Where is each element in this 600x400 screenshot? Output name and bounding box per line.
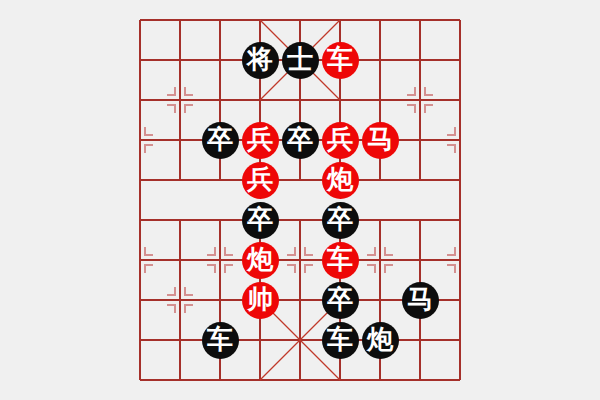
pieces-layer: 将士车卒兵卒兵马兵炮卒卒炮车帅卒马车车炮 bbox=[0, 0, 600, 400]
piece-red-chariot[interactable]: 车 bbox=[322, 242, 359, 279]
piece-red-cannon[interactable]: 炮 bbox=[322, 162, 359, 199]
piece-black-chariot[interactable]: 车 bbox=[202, 322, 239, 359]
piece-black-advisor[interactable]: 士 bbox=[282, 42, 319, 79]
piece-black-horse[interactable]: 马 bbox=[402, 282, 439, 319]
piece-red-chariot[interactable]: 车 bbox=[322, 42, 359, 79]
piece-red-soldier[interactable]: 兵 bbox=[322, 122, 359, 159]
piece-black-soldier[interactable]: 卒 bbox=[242, 202, 279, 239]
piece-black-chariot[interactable]: 车 bbox=[322, 322, 359, 359]
piece-red-cannon[interactable]: 炮 bbox=[242, 242, 279, 279]
piece-black-general[interactable]: 将 bbox=[242, 42, 279, 79]
piece-black-soldier[interactable]: 卒 bbox=[322, 202, 359, 239]
piece-black-soldier[interactable]: 卒 bbox=[282, 122, 319, 159]
piece-red-general[interactable]: 帅 bbox=[242, 282, 279, 319]
piece-red-soldier[interactable]: 兵 bbox=[242, 122, 279, 159]
xiangqi-diagram: 将士车卒兵卒兵马兵炮卒卒炮车帅卒马车车炮 bbox=[0, 0, 600, 400]
piece-black-soldier[interactable]: 卒 bbox=[322, 282, 359, 319]
piece-red-soldier[interactable]: 兵 bbox=[242, 162, 279, 199]
piece-black-cannon[interactable]: 炮 bbox=[362, 322, 399, 359]
piece-black-soldier[interactable]: 卒 bbox=[202, 122, 239, 159]
piece-red-horse[interactable]: 马 bbox=[362, 122, 399, 159]
